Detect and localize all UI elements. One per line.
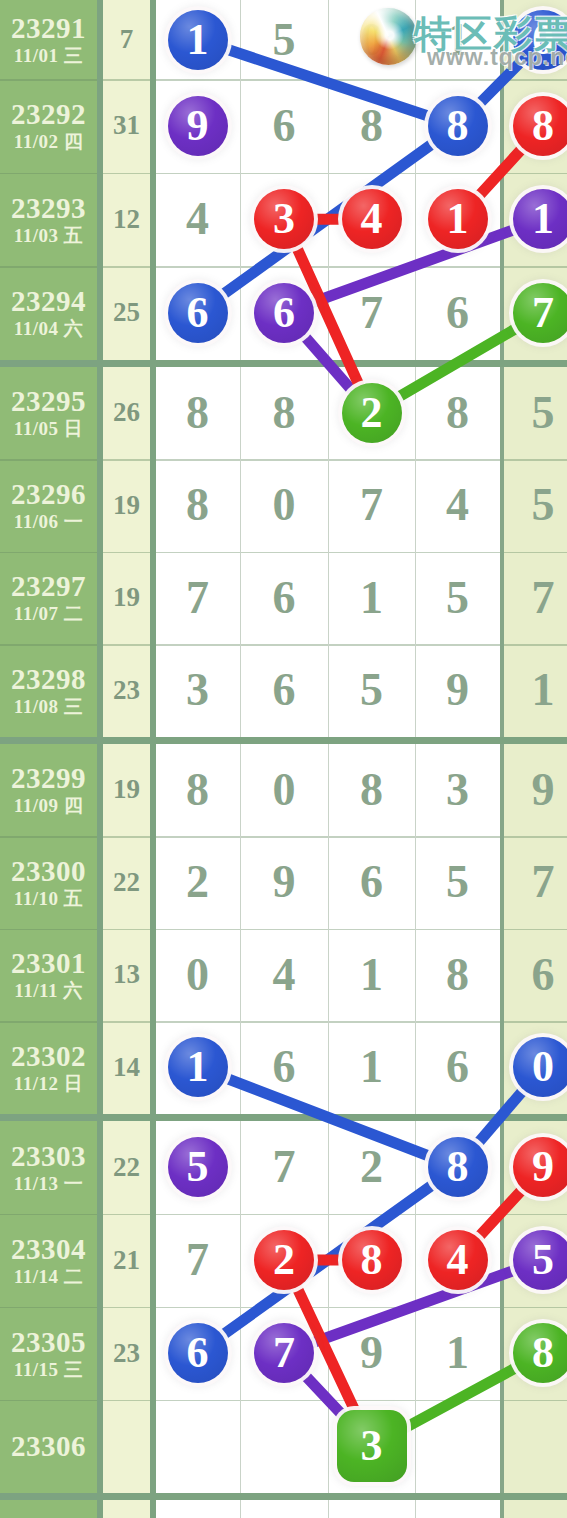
digit-cell: 4 <box>156 173 240 267</box>
digit-cell: 0 <box>241 459 328 552</box>
weekday-text: 四 <box>64 131 84 152</box>
weekday-text: 二 <box>64 603 84 624</box>
sum-value: 25 <box>113 299 140 326</box>
digit-cell: 6 <box>241 79 328 173</box>
marked-digit-green-circle: 2 <box>342 383 402 443</box>
digit-value: 6 <box>360 859 383 905</box>
digit-cell: 7 <box>329 266 415 360</box>
digit-cell: 5 <box>504 459 567 552</box>
digit-value: 1 <box>532 667 555 713</box>
digit-value: 5 <box>446 859 469 905</box>
marked-digit-green-circle: 8 <box>513 1323 567 1383</box>
digit-value: 2 <box>360 1144 383 1190</box>
digit-value: 8 <box>186 482 209 528</box>
marked-digit-value: 6 <box>187 1331 209 1375</box>
digit-cell: 7 <box>504 836 567 929</box>
digit-cell: 5 <box>329 644 415 737</box>
digit-cell: 1 <box>416 0 500 79</box>
date-text: 11/01 <box>14 45 59 66</box>
digit-value: 0 <box>273 767 296 813</box>
weekday-text: 四 <box>64 795 84 816</box>
period-number: 23296 <box>11 480 86 509</box>
period-cell: 2330511/15 三 <box>0 1307 97 1400</box>
period-cell: 23306 <box>0 1400 97 1493</box>
marked-digit-value: 7 <box>532 291 554 335</box>
sum-cell: 7 <box>103 0 150 79</box>
period-number: 23293 <box>11 194 86 223</box>
sum-cell: 25 <box>103 266 150 360</box>
digit-cell: 8 <box>156 367 240 460</box>
marked-digit-purple-circle: 9 <box>168 96 228 156</box>
sum-cell: 14 <box>103 1021 150 1114</box>
period-cell: 2329111/01 三 <box>0 0 97 79</box>
weekday-text: 六 <box>64 318 84 339</box>
digit-value: 8 <box>446 952 469 998</box>
digit-cell: 7 <box>241 1121 328 1214</box>
digit-cell <box>156 1400 240 1493</box>
period-cell: 2330311/13 一 <box>0 1121 97 1214</box>
section-separator <box>0 1493 567 1500</box>
draw-date: 11/15 三 <box>14 1360 83 1379</box>
digit-value: 8 <box>360 767 383 813</box>
digit-value: 7 <box>360 482 383 528</box>
digit-value: 4 <box>446 482 469 528</box>
digit-cell <box>241 1400 328 1493</box>
weekday-text: 五 <box>64 225 84 246</box>
digit-value: 1 <box>360 1044 383 1090</box>
digit-cell: 7 <box>504 552 567 645</box>
period-number: 23300 <box>11 857 86 886</box>
digit-cell: 5 <box>416 552 500 645</box>
marked-digit-value: 5 <box>187 1145 209 1189</box>
digit-cell: 5 <box>241 0 328 79</box>
marked-digit-purple-circle: 7 <box>254 1323 314 1383</box>
marked-digit-value: 0 <box>532 18 554 62</box>
period-number: 23297 <box>11 572 86 601</box>
digit-cell: 8 <box>329 744 415 837</box>
draw-date: 11/08 三 <box>14 697 83 716</box>
marked-digit-value: 8 <box>532 104 554 148</box>
draw-date: 11/05 日 <box>14 419 83 438</box>
digit-value: 1 <box>360 575 383 621</box>
sum-value: 19 <box>113 584 140 611</box>
digit-value: 7 <box>360 290 383 336</box>
sum-value: 22 <box>113 869 140 896</box>
digit-value: 7 <box>273 1144 296 1190</box>
digit-cell: 5 <box>504 367 567 460</box>
draw-date: 11/09 四 <box>14 796 83 815</box>
digit-cell: 4 <box>416 459 500 552</box>
digit-value: 4 <box>186 196 209 242</box>
digit-value: 5 <box>532 482 555 528</box>
sum-value: 22 <box>113 1154 140 1181</box>
marked-digit-value: 8 <box>361 1238 383 1282</box>
date-text: 11/06 <box>14 511 59 532</box>
digit-value: 6 <box>446 290 469 336</box>
date-text: 11/11 <box>14 980 58 1001</box>
digit-cell: 5 <box>416 836 500 929</box>
marked-digit-value: 2 <box>273 1238 295 1282</box>
digit-cell: 7 <box>156 552 240 645</box>
draw-date: 11/07 二 <box>14 604 83 623</box>
marked-digit-blue-circle: 8 <box>428 96 488 156</box>
digit-value: 8 <box>186 390 209 436</box>
digit-value: 1 <box>360 952 383 998</box>
digit-cell: 1 <box>329 1021 415 1114</box>
sum-value: 13 <box>113 961 140 988</box>
sum-value: 31 <box>113 112 140 139</box>
digit-value: 0 <box>360 17 383 63</box>
date-text: 11/07 <box>14 603 59 624</box>
sum-value: 12 <box>113 206 140 233</box>
marked-digit-value: 1 <box>532 197 554 241</box>
digit-cell <box>416 1400 500 1493</box>
sum-value: 7 <box>120 26 134 53</box>
period-cell: 2330011/10 五 <box>0 836 97 929</box>
digit-value: 1 <box>446 17 469 63</box>
digit-value: 8 <box>446 390 469 436</box>
date-text: 11/05 <box>14 418 59 439</box>
digit-cell: 9 <box>504 744 567 837</box>
digit-cell: 2 <box>156 836 240 929</box>
lottery-trend-chart: 2329111/01 三75012329211/02 四31682329311/… <box>0 0 567 1518</box>
weekday-text: 一 <box>64 511 84 532</box>
weekday-text: 六 <box>63 980 83 1001</box>
period-number: 23295 <box>11 387 86 416</box>
draw-date: 11/06 一 <box>14 512 83 531</box>
sum-value: 21 <box>113 1247 140 1274</box>
marked-digit-value: 5 <box>532 1238 554 1282</box>
digit-value: 9 <box>532 767 555 813</box>
date-text: 11/10 <box>14 888 59 909</box>
marked-digit-value: 1 <box>187 1045 209 1089</box>
sum-cell: 12 <box>103 173 150 267</box>
sum-value: 19 <box>113 492 140 519</box>
period-cell: 2329211/02 四 <box>0 79 97 173</box>
digit-cell: 1 <box>329 552 415 645</box>
marked-digit-blue-circle: 0 <box>513 10 567 70</box>
digit-cell: 6 <box>241 552 328 645</box>
period-number: 23304 <box>11 1235 86 1264</box>
period-cell: 2330411/14 二 <box>0 1214 97 1307</box>
digit-cell: 8 <box>416 929 500 1022</box>
date-text: 11/08 <box>14 696 59 717</box>
date-text: 11/02 <box>14 131 59 152</box>
draw-date: 11/14 二 <box>14 1267 83 1286</box>
digit-cell: 8 <box>329 79 415 173</box>
digit-value: 4 <box>273 952 296 998</box>
digit-value: 0 <box>186 952 209 998</box>
weekday-text: 日 <box>64 1073 84 1094</box>
digit-cell: 6 <box>416 266 500 360</box>
marked-digit-value: 4 <box>447 1238 469 1282</box>
marked-digit-purple-circle: 5 <box>513 1230 567 1290</box>
digit-value: 1 <box>446 1330 469 1376</box>
sum-value: 19 <box>113 776 140 803</box>
weekday-text: 日 <box>64 418 84 439</box>
period-number: 23305 <box>11 1328 86 1357</box>
marked-digit-green-circle: 7 <box>513 283 567 343</box>
marked-digit-red-circle: 2 <box>254 1230 314 1290</box>
marked-digit-value: 9 <box>532 1145 554 1189</box>
weekday-text: 五 <box>64 888 84 909</box>
marked-digit-value: 4 <box>361 197 383 241</box>
period-cell: 2329711/07 二 <box>0 552 97 645</box>
period-number: 23302 <box>11 1042 86 1071</box>
period-number: 23292 <box>11 100 86 129</box>
digit-cell: 0 <box>241 744 328 837</box>
draw-date: 11/04 六 <box>14 319 83 338</box>
marked-digit-purple-circle: 6 <box>254 283 314 343</box>
digit-cell: 4 <box>241 929 328 1022</box>
digit-cell: 2 <box>329 1121 415 1214</box>
digit-value: 0 <box>273 482 296 528</box>
date-text: 11/15 <box>14 1359 59 1380</box>
marked-digit-green-square: 3 <box>337 1410 407 1482</box>
period-number: 23306 <box>11 1432 86 1461</box>
marked-digit-value: 6 <box>273 291 295 335</box>
digit-cell: 0 <box>156 929 240 1022</box>
digit-value: 8 <box>360 103 383 149</box>
digit-value: 8 <box>186 767 209 813</box>
digit-value: 5 <box>446 575 469 621</box>
draw-date: 11/11 六 <box>14 981 82 1000</box>
period-cell: 2330111/11 六 <box>0 929 97 1022</box>
draw-date: 11/12 日 <box>14 1074 83 1093</box>
marked-digit-value: 3 <box>273 197 295 241</box>
marked-digit-purple-circle: 5 <box>168 1137 228 1197</box>
digit-cell: 0 <box>329 0 415 79</box>
marked-digit-red-circle: 8 <box>342 1230 402 1290</box>
sum-cell: 26 <box>103 367 150 460</box>
digit-cell: 6 <box>241 1021 328 1114</box>
digit-cell: 9 <box>329 1307 415 1400</box>
marked-digit-red-circle: 4 <box>428 1230 488 1290</box>
marked-digit-purple-circle: 1 <box>513 189 567 249</box>
digit-value: 5 <box>532 390 555 436</box>
period-number: 23298 <box>11 665 86 694</box>
digit-cell: 7 <box>156 1214 240 1307</box>
digit-value: 6 <box>273 575 296 621</box>
digit-cell: 6 <box>416 1021 500 1114</box>
digit-value: 5 <box>360 667 383 713</box>
sum-cell: 21 <box>103 1214 150 1307</box>
digit-value: 6 <box>273 103 296 149</box>
weekday-text: 三 <box>64 696 84 717</box>
digit-cell: 1 <box>504 644 567 737</box>
sum-cell: 13 <box>103 929 150 1022</box>
sum-value: 14 <box>113 1054 140 1081</box>
digit-value: 5 <box>273 17 296 63</box>
marked-digit-value: 6 <box>187 291 209 335</box>
marked-digit-value: 9 <box>187 104 209 148</box>
digit-value: 6 <box>446 1044 469 1090</box>
marked-digit-value: 3 <box>361 1424 383 1468</box>
marked-digit-red-circle: 9 <box>513 1137 567 1197</box>
marked-digit-value: 2 <box>361 391 383 435</box>
marked-digit-value: 1 <box>187 18 209 62</box>
sum-cell: 23 <box>103 1307 150 1400</box>
section-separator <box>0 1114 567 1121</box>
digit-value: 7 <box>532 575 555 621</box>
digit-cell: 1 <box>416 1307 500 1400</box>
digit-value: 7 <box>186 575 209 621</box>
marked-digit-value: 1 <box>447 197 469 241</box>
sum-cell: 23 <box>103 644 150 737</box>
digit-cell: 6 <box>329 836 415 929</box>
sum-cell: 22 <box>103 1121 150 1214</box>
digit-value: 3 <box>186 667 209 713</box>
sum-value: 26 <box>113 399 140 426</box>
marked-digit-value: 0 <box>532 1045 554 1089</box>
sum-value: 23 <box>113 677 140 704</box>
draw-date: 11/02 四 <box>14 132 83 151</box>
marked-digit-red-circle: 3 <box>254 189 314 249</box>
digit-value: 9 <box>446 667 469 713</box>
section-separator <box>0 737 567 744</box>
digit-cell: 8 <box>156 459 240 552</box>
marked-digit-blue-circle: 6 <box>168 1323 228 1383</box>
digit-cell: 3 <box>416 744 500 837</box>
period-cell: 2329511/05 日 <box>0 367 97 460</box>
marked-digit-blue-circle: 8 <box>428 1137 488 1197</box>
section-separator <box>0 360 567 367</box>
digit-value: 6 <box>532 952 555 998</box>
weekday-text: 三 <box>64 45 84 66</box>
digit-cell: 7 <box>329 459 415 552</box>
marked-digit-value: 8 <box>447 1145 469 1189</box>
marked-digit-blue-circle: 0 <box>513 1037 567 1097</box>
draw-date: 11/10 五 <box>14 889 83 908</box>
digit-cell: 9 <box>241 836 328 929</box>
marked-digit-blue-circle: 1 <box>168 10 228 70</box>
digit-cell: 6 <box>241 644 328 737</box>
period-cell: 2329311/03 五 <box>0 173 97 267</box>
digit-cell: 8 <box>241 367 328 460</box>
digit-cell: 6 <box>504 929 567 1022</box>
digit-value: 7 <box>186 1237 209 1283</box>
period-number: 23299 <box>11 764 86 793</box>
draw-date: 11/01 三 <box>14 46 83 65</box>
weekday-text: 二 <box>64 1266 84 1287</box>
date-text: 11/13 <box>14 1173 59 1194</box>
period-cell: 2329811/08 三 <box>0 644 97 737</box>
digit-value: 6 <box>273 1044 296 1090</box>
digit-cell: 1 <box>329 929 415 1022</box>
period-number: 23294 <box>11 287 86 316</box>
period-cell: 2329411/04 六 <box>0 266 97 360</box>
marked-digit-value: 8 <box>447 104 469 148</box>
marked-digit-value: 7 <box>273 1331 295 1375</box>
period-cell: 2329611/06 一 <box>0 459 97 552</box>
draw-date: 11/03 五 <box>14 226 83 245</box>
weekday-text: 一 <box>64 1173 84 1194</box>
sum-cell: 22 <box>103 836 150 929</box>
marked-digit-blue-circle: 6 <box>168 283 228 343</box>
marked-digit-red-circle: 1 <box>428 189 488 249</box>
digit-cell: 8 <box>416 367 500 460</box>
period-number: 23301 <box>11 949 86 978</box>
digit-value: 3 <box>446 767 469 813</box>
sum-cell: 19 <box>103 744 150 837</box>
digit-cell <box>504 1400 567 1493</box>
period-number: 23303 <box>11 1142 86 1171</box>
digit-cell: 8 <box>156 744 240 837</box>
date-text: 11/12 <box>14 1073 59 1094</box>
sum-cell <box>103 1400 150 1493</box>
digit-cell: 3 <box>156 644 240 737</box>
sum-cell: 19 <box>103 552 150 645</box>
date-text: 11/03 <box>14 225 59 246</box>
marked-digit-red-circle: 4 <box>342 189 402 249</box>
period-cell: 2330211/12 日 <box>0 1021 97 1114</box>
digit-value: 8 <box>273 390 296 436</box>
date-text: 11/09 <box>14 795 59 816</box>
marked-digit-blue-circle: 1 <box>168 1037 228 1097</box>
draw-date: 11/13 一 <box>14 1174 83 1193</box>
date-text: 11/04 <box>14 318 59 339</box>
digit-value: 9 <box>360 1330 383 1376</box>
date-text: 11/14 <box>14 1266 59 1287</box>
sum-cell: 19 <box>103 459 150 552</box>
digit-value: 9 <box>273 859 296 905</box>
digit-value: 7 <box>532 859 555 905</box>
sum-value: 23 <box>113 1340 140 1367</box>
period-cell: 2329911/09 四 <box>0 744 97 837</box>
marked-digit-red-circle: 8 <box>513 96 567 156</box>
sum-cell: 31 <box>103 79 150 173</box>
marked-digit-value: 8 <box>532 1331 554 1375</box>
digit-cell: 9 <box>416 644 500 737</box>
digit-value: 2 <box>186 859 209 905</box>
period-number: 23291 <box>11 14 86 43</box>
weekday-text: 三 <box>64 1359 84 1380</box>
digit-value: 6 <box>273 667 296 713</box>
